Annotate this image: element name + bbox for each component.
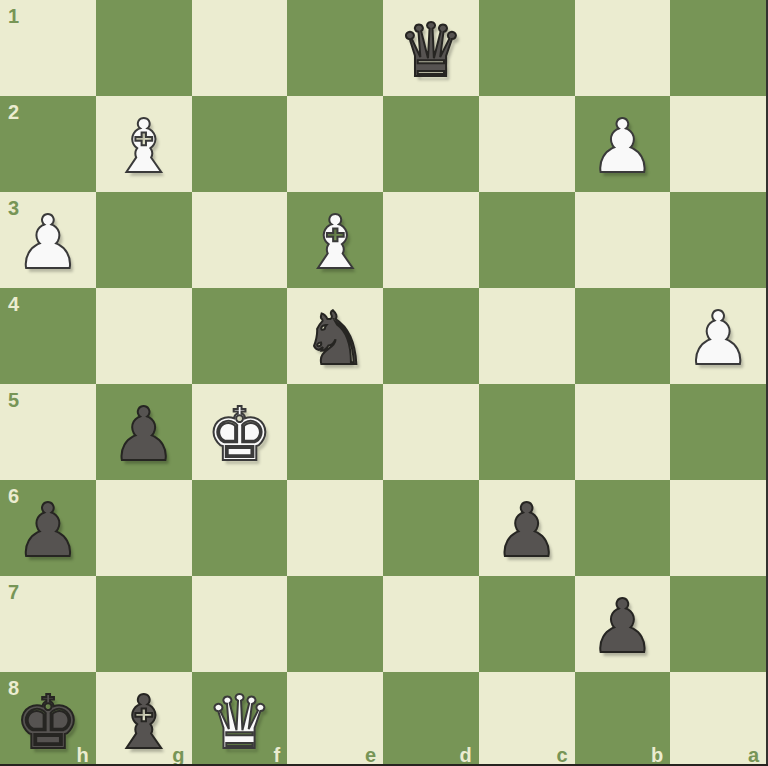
piece-white-pawn-b2[interactable]: ♟ bbox=[589, 98, 655, 194]
square-g4[interactable] bbox=[96, 288, 192, 384]
rank-label-7: 7 bbox=[8, 582, 19, 602]
file-label-a: a bbox=[748, 745, 759, 765]
square-g3[interactable] bbox=[96, 192, 192, 288]
square-c7[interactable] bbox=[479, 576, 575, 672]
square-a2[interactable] bbox=[670, 96, 766, 192]
piece-white-bishop-g2[interactable]: ♝ bbox=[110, 98, 176, 194]
square-a6[interactable] bbox=[670, 480, 766, 576]
square-c2[interactable] bbox=[479, 96, 575, 192]
square-a4[interactable]: ♟ bbox=[670, 288, 766, 384]
square-d4[interactable] bbox=[383, 288, 479, 384]
square-b8[interactable]: b bbox=[575, 672, 671, 766]
square-c1[interactable] bbox=[479, 0, 575, 96]
square-b2[interactable]: ♟ bbox=[575, 96, 671, 192]
file-label-b: b bbox=[651, 745, 663, 765]
square-a8[interactable]: a bbox=[670, 672, 766, 766]
file-label-f: f bbox=[274, 745, 281, 765]
square-h7[interactable]: 7 bbox=[0, 576, 96, 672]
square-d6[interactable] bbox=[383, 480, 479, 576]
chess-board-window: 1♛2♝♟3♟♝4♞♟5♟♚6♟♟7♟8h♚g♝f♛edcba bbox=[0, 0, 768, 766]
square-h3[interactable]: 3♟ bbox=[0, 192, 96, 288]
square-f2[interactable] bbox=[192, 96, 288, 192]
square-d1[interactable]: ♛ bbox=[383, 0, 479, 96]
chess-board: 1♛2♝♟3♟♝4♞♟5♟♚6♟♟7♟8h♚g♝f♛edcba bbox=[0, 0, 766, 764]
square-e8[interactable]: e bbox=[287, 672, 383, 766]
square-e6[interactable] bbox=[287, 480, 383, 576]
square-c4[interactable] bbox=[479, 288, 575, 384]
square-f4[interactable] bbox=[192, 288, 288, 384]
rank-label-4: 4 bbox=[8, 294, 19, 314]
piece-white-queen-f8[interactable]: ♛ bbox=[206, 674, 272, 766]
square-h1[interactable]: 1 bbox=[0, 0, 96, 96]
square-c5[interactable] bbox=[479, 384, 575, 480]
square-a1[interactable] bbox=[670, 0, 766, 96]
piece-white-king-f5[interactable]: ♚ bbox=[206, 386, 272, 482]
square-d5[interactable] bbox=[383, 384, 479, 480]
square-h8[interactable]: 8h♚ bbox=[0, 672, 96, 766]
square-f1[interactable] bbox=[192, 0, 288, 96]
square-f7[interactable] bbox=[192, 576, 288, 672]
square-f6[interactable] bbox=[192, 480, 288, 576]
square-f3[interactable] bbox=[192, 192, 288, 288]
square-e2[interactable] bbox=[287, 96, 383, 192]
rank-label-1: 1 bbox=[8, 6, 19, 26]
square-g7[interactable] bbox=[96, 576, 192, 672]
square-e3[interactable]: ♝ bbox=[287, 192, 383, 288]
square-g5[interactable]: ♟ bbox=[96, 384, 192, 480]
square-f8[interactable]: f♛ bbox=[192, 672, 288, 766]
square-b6[interactable] bbox=[575, 480, 671, 576]
piece-black-queen-d1[interactable]: ♛ bbox=[398, 2, 464, 98]
piece-white-bishop-e3[interactable]: ♝ bbox=[302, 194, 368, 290]
square-d3[interactable] bbox=[383, 192, 479, 288]
piece-black-pawn-h6[interactable]: ♟ bbox=[15, 482, 81, 578]
square-b1[interactable] bbox=[575, 0, 671, 96]
piece-black-knight-e4[interactable]: ♞ bbox=[302, 290, 368, 386]
square-g6[interactable] bbox=[96, 480, 192, 576]
square-c3[interactable] bbox=[479, 192, 575, 288]
piece-black-pawn-g5[interactable]: ♟ bbox=[110, 386, 176, 482]
square-h5[interactable]: 5 bbox=[0, 384, 96, 480]
rank-label-5: 5 bbox=[8, 390, 19, 410]
square-h4[interactable]: 4 bbox=[0, 288, 96, 384]
square-e7[interactable] bbox=[287, 576, 383, 672]
square-g1[interactable] bbox=[96, 0, 192, 96]
file-label-e: e bbox=[365, 745, 376, 765]
square-d8[interactable]: d bbox=[383, 672, 479, 766]
piece-black-king-h8[interactable]: ♚ bbox=[15, 674, 81, 766]
piece-white-pawn-h3[interactable]: ♟ bbox=[15, 194, 81, 290]
square-c8[interactable]: c bbox=[479, 672, 575, 766]
square-g2[interactable]: ♝ bbox=[96, 96, 192, 192]
square-b7[interactable]: ♟ bbox=[575, 576, 671, 672]
square-d2[interactable] bbox=[383, 96, 479, 192]
square-e5[interactable] bbox=[287, 384, 383, 480]
piece-black-pawn-c6[interactable]: ♟ bbox=[493, 482, 559, 578]
square-b3[interactable] bbox=[575, 192, 671, 288]
square-e1[interactable] bbox=[287, 0, 383, 96]
piece-white-pawn-a4[interactable]: ♟ bbox=[685, 290, 751, 386]
square-h2[interactable]: 2 bbox=[0, 96, 96, 192]
piece-black-pawn-b7[interactable]: ♟ bbox=[589, 578, 655, 674]
piece-black-bishop-g8[interactable]: ♝ bbox=[110, 674, 176, 766]
square-a3[interactable] bbox=[670, 192, 766, 288]
square-e4[interactable]: ♞ bbox=[287, 288, 383, 384]
file-label-d: d bbox=[460, 745, 472, 765]
square-c6[interactable]: ♟ bbox=[479, 480, 575, 576]
square-a5[interactable] bbox=[670, 384, 766, 480]
square-g8[interactable]: g♝ bbox=[96, 672, 192, 766]
square-b4[interactable] bbox=[575, 288, 671, 384]
rank-label-2: 2 bbox=[8, 102, 19, 122]
file-label-c: c bbox=[556, 745, 567, 765]
square-f5[interactable]: ♚ bbox=[192, 384, 288, 480]
square-a7[interactable] bbox=[670, 576, 766, 672]
square-h6[interactable]: 6♟ bbox=[0, 480, 96, 576]
square-b5[interactable] bbox=[575, 384, 671, 480]
square-d7[interactable] bbox=[383, 576, 479, 672]
